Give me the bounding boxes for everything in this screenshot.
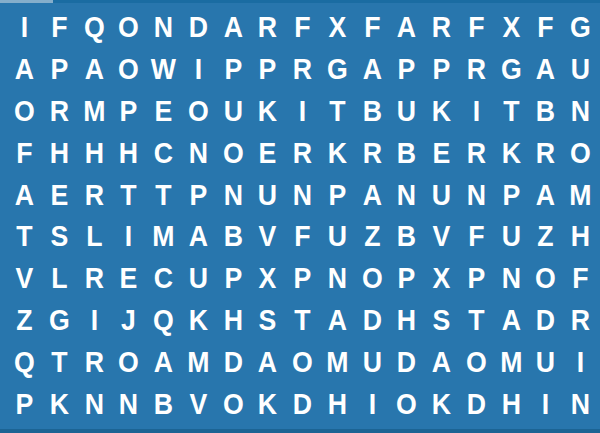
grid-cell[interactable]: N [321, 258, 353, 300]
grid-cell[interactable]: K [426, 383, 458, 425]
grid-cell[interactable]: U [391, 91, 423, 133]
grid-cell[interactable]: R [565, 300, 597, 342]
grid-cell[interactable]: M [321, 341, 353, 383]
grid-cell[interactable]: U [217, 91, 249, 133]
grid-cell[interactable]: X [495, 7, 527, 49]
grid-cell[interactable]: R [356, 132, 388, 174]
grid-cell[interactable]: G [495, 49, 527, 91]
grid-cell[interactable]: P [217, 258, 249, 300]
grid-cell[interactable]: A [356, 49, 388, 91]
grid-cell[interactable]: C [147, 258, 179, 300]
grid-cell[interactable]: I [182, 49, 214, 91]
grid-cell[interactable]: X [252, 258, 284, 300]
grid-cell[interactable]: X [321, 7, 353, 49]
grid-cell[interactable]: N [78, 383, 110, 425]
grid-cell[interactable]: G [321, 49, 353, 91]
grid-cell[interactable]: N [565, 383, 597, 425]
grid-cell[interactable]: P [321, 174, 353, 216]
grid-cell[interactable]: A [78, 49, 110, 91]
grid-cell[interactable]: F [460, 7, 492, 49]
grid-cell[interactable]: T [43, 341, 75, 383]
grid-cell[interactable]: A [217, 7, 249, 49]
grid-cell[interactable]: U [182, 258, 214, 300]
grid-cell[interactable]: F [356, 7, 388, 49]
grid-cell[interactable]: F [530, 7, 562, 49]
grid-cell[interactable]: O [565, 132, 597, 174]
grid-cell[interactable]: R [252, 7, 284, 49]
top-edge-strip-dark-segment [53, 0, 600, 3]
grid-cell[interactable]: C [147, 132, 179, 174]
grid-cell[interactable]: I [460, 91, 492, 133]
grid-cell[interactable]: H [321, 383, 353, 425]
grid-cell[interactable]: K [182, 300, 214, 342]
grid-cell[interactable]: Z [356, 216, 388, 258]
grid-cell[interactable]: R [287, 49, 319, 91]
grid-cell[interactable]: E [147, 91, 179, 133]
grid-cell[interactable]: H [113, 132, 145, 174]
grid-cell[interactable]: A [252, 341, 284, 383]
grid-cell[interactable]: A [321, 300, 353, 342]
grid-cell[interactable]: A [530, 174, 562, 216]
bottom-edge-strip [0, 429, 600, 433]
grid-cell[interactable]: G [43, 300, 75, 342]
grid-cell[interactable]: E [43, 174, 75, 216]
grid-cell[interactable]: N [460, 174, 492, 216]
grid-cell[interactable]: H [217, 300, 249, 342]
grid-cell[interactable]: U [252, 174, 284, 216]
grid-cell[interactable]: O [217, 383, 249, 425]
grid-cell[interactable]: D [182, 7, 214, 49]
grid-cell[interactable]: U [530, 341, 562, 383]
grid-cell[interactable]: E [252, 132, 284, 174]
grid-cell[interactable]: N [113, 383, 145, 425]
grid-cell[interactable]: U [356, 341, 388, 383]
grid-cell[interactable]: P [495, 174, 527, 216]
grid-cell[interactable]: P [217, 49, 249, 91]
grid-cell[interactable]: F [8, 132, 40, 174]
grid-cell[interactable]: V [182, 383, 214, 425]
grid-cell[interactable]: N [565, 91, 597, 133]
grid-cell[interactable]: P [8, 383, 40, 425]
grid-cell[interactable]: A [426, 341, 458, 383]
grid-cell[interactable]: U [495, 216, 527, 258]
grid-cell[interactable]: M [565, 174, 597, 216]
grid-cell[interactable]: I [530, 383, 562, 425]
grid-cell[interactable]: P [252, 49, 284, 91]
grid-cell[interactable]: H [495, 383, 527, 425]
grid-cell[interactable]: B [217, 216, 249, 258]
grid-cell[interactable]: O [113, 7, 145, 49]
grid-cell[interactable]: I [565, 341, 597, 383]
grid-cell[interactable]: W [147, 49, 179, 91]
grid-cell[interactable]: O [356, 258, 388, 300]
grid-cell[interactable]: P [391, 49, 423, 91]
grid-cell[interactable]: D [287, 383, 319, 425]
grid-cell[interactable]: R [43, 91, 75, 133]
grid-cell[interactable]: R [78, 341, 110, 383]
grid-cell[interactable]: F [460, 216, 492, 258]
grid-cell[interactable]: R [530, 132, 562, 174]
grid-cell[interactable]: N [495, 258, 527, 300]
word-search-grid: IFQONDARFXFARFXFGAPAOWIPPRGAPPRGAUORMPEO… [7, 7, 598, 425]
grid-cell[interactable]: T [460, 300, 492, 342]
grid-cell[interactable]: D [391, 341, 423, 383]
grid-cell[interactable]: S [426, 300, 458, 342]
grid-cell[interactable]: R [287, 132, 319, 174]
grid-cell[interactable]: Z [530, 216, 562, 258]
grid-cell[interactable]: O [530, 258, 562, 300]
grid-cell[interactable]: L [78, 216, 110, 258]
grid-cell[interactable]: O [287, 341, 319, 383]
grid-cell[interactable]: A [495, 300, 527, 342]
grid-cell[interactable]: M [182, 341, 214, 383]
grid-cell[interactable]: R [460, 132, 492, 174]
grid-cell[interactable]: N [182, 132, 214, 174]
grid-cell[interactable]: A [8, 174, 40, 216]
grid-cell[interactable]: D [460, 383, 492, 425]
top-edge-strip [0, 0, 600, 3]
grid-cell[interactable]: B [147, 383, 179, 425]
grid-cell[interactable]: H [391, 300, 423, 342]
grid-cell[interactable]: K [43, 383, 75, 425]
grid-cell[interactable]: I [78, 300, 110, 342]
grid-cell[interactable]: B [391, 132, 423, 174]
grid-cell[interactable]: F [287, 216, 319, 258]
grid-cell[interactable]: O [182, 91, 214, 133]
grid-cell[interactable]: D [217, 341, 249, 383]
grid-cell[interactable]: O [391, 383, 423, 425]
grid-cell[interactable]: K [321, 132, 353, 174]
grid-cell[interactable]: T [8, 216, 40, 258]
grid-cell[interactable]: S [252, 300, 284, 342]
grid-cell[interactable]: M [495, 341, 527, 383]
grid-cell[interactable]: T [495, 91, 527, 133]
grid-cell[interactable]: F [287, 7, 319, 49]
grid-cell[interactable]: O [8, 91, 40, 133]
grid-cell[interactable]: I [8, 7, 40, 49]
grid-cell[interactable]: P [43, 49, 75, 91]
grid-cell[interactable]: Q [147, 300, 179, 342]
grid-cell[interactable]: U [321, 216, 353, 258]
word-search-screen: IFQONDARFXFARFXFGAPAOWIPPRGAPPRGAUORMPEO… [0, 0, 600, 433]
grid-cell[interactable]: T [321, 91, 353, 133]
grid-cell[interactable]: F [43, 7, 75, 49]
grid-cell[interactable]: T [287, 300, 319, 342]
grid-cell[interactable]: D [530, 300, 562, 342]
grid-cell[interactable]: K [495, 132, 527, 174]
grid-cell[interactable]: S [43, 216, 75, 258]
grid-cell[interactable]: P [287, 258, 319, 300]
grid-cell[interactable]: R [78, 258, 110, 300]
grid-cell[interactable]: P [182, 174, 214, 216]
grid-cell[interactable]: N [391, 174, 423, 216]
top-edge-strip-light-segment [0, 0, 53, 3]
grid-cell[interactable]: O [217, 132, 249, 174]
grid-cell[interactable]: B [391, 216, 423, 258]
grid-cell[interactable]: V [252, 216, 284, 258]
grid-cell[interactable]: A [391, 7, 423, 49]
grid-cell[interactable]: R [460, 49, 492, 91]
grid-cell[interactable]: I [113, 216, 145, 258]
grid-cell[interactable]: B [530, 91, 562, 133]
grid-cell[interactable]: L [43, 258, 75, 300]
grid-cell[interactable]: H [565, 216, 597, 258]
grid-cell[interactable]: E [113, 258, 145, 300]
grid-cell[interactable]: Z [8, 300, 40, 342]
grid-cell[interactable]: A [8, 49, 40, 91]
grid-cell[interactable]: P [460, 258, 492, 300]
grid-cell[interactable]: K [426, 91, 458, 133]
grid-cell[interactable]: J [113, 300, 145, 342]
grid-cell[interactable]: I [356, 383, 388, 425]
grid-cell[interactable]: Q [78, 7, 110, 49]
grid-cell[interactable]: P [113, 91, 145, 133]
grid-cell[interactable]: F [565, 258, 597, 300]
grid-cell[interactable]: O [113, 341, 145, 383]
grid-cell[interactable]: M [147, 216, 179, 258]
grid-cell[interactable]: N [217, 174, 249, 216]
grid-cell[interactable]: K [252, 91, 284, 133]
grid-cell[interactable]: T [113, 174, 145, 216]
grid-cell[interactable]: G [565, 7, 597, 49]
grid-cell[interactable]: I [287, 91, 319, 133]
grid-cell[interactable]: T [147, 174, 179, 216]
grid-cell[interactable]: A [182, 216, 214, 258]
grid-cell[interactable]: A [356, 174, 388, 216]
grid-cell[interactable]: V [426, 216, 458, 258]
grid-cell[interactable]: V [8, 258, 40, 300]
grid-cell[interactable]: D [356, 300, 388, 342]
grid-cell[interactable]: P [391, 258, 423, 300]
grid-cell[interactable]: U [426, 174, 458, 216]
grid-cell[interactable]: A [147, 341, 179, 383]
grid-cell[interactable]: X [426, 258, 458, 300]
grid-cell[interactable]: H [43, 132, 75, 174]
grid-cell[interactable]: N [147, 7, 179, 49]
grid-cell[interactable]: P [426, 49, 458, 91]
grid-cell[interactable]: E [426, 132, 458, 174]
grid-cell[interactable]: B [356, 91, 388, 133]
grid-cell[interactable]: K [252, 383, 284, 425]
grid-cell[interactable]: O [113, 49, 145, 91]
grid-cell[interactable]: H [78, 132, 110, 174]
grid-cell[interactable]: M [78, 91, 110, 133]
grid-cell[interactable]: O [460, 341, 492, 383]
grid-cell[interactable]: R [426, 7, 458, 49]
grid-cell[interactable]: R [78, 174, 110, 216]
grid-cell[interactable]: N [287, 174, 319, 216]
grid-cell[interactable]: A [530, 49, 562, 91]
grid-cell[interactable]: Q [8, 341, 40, 383]
grid-cell[interactable]: U [565, 49, 597, 91]
